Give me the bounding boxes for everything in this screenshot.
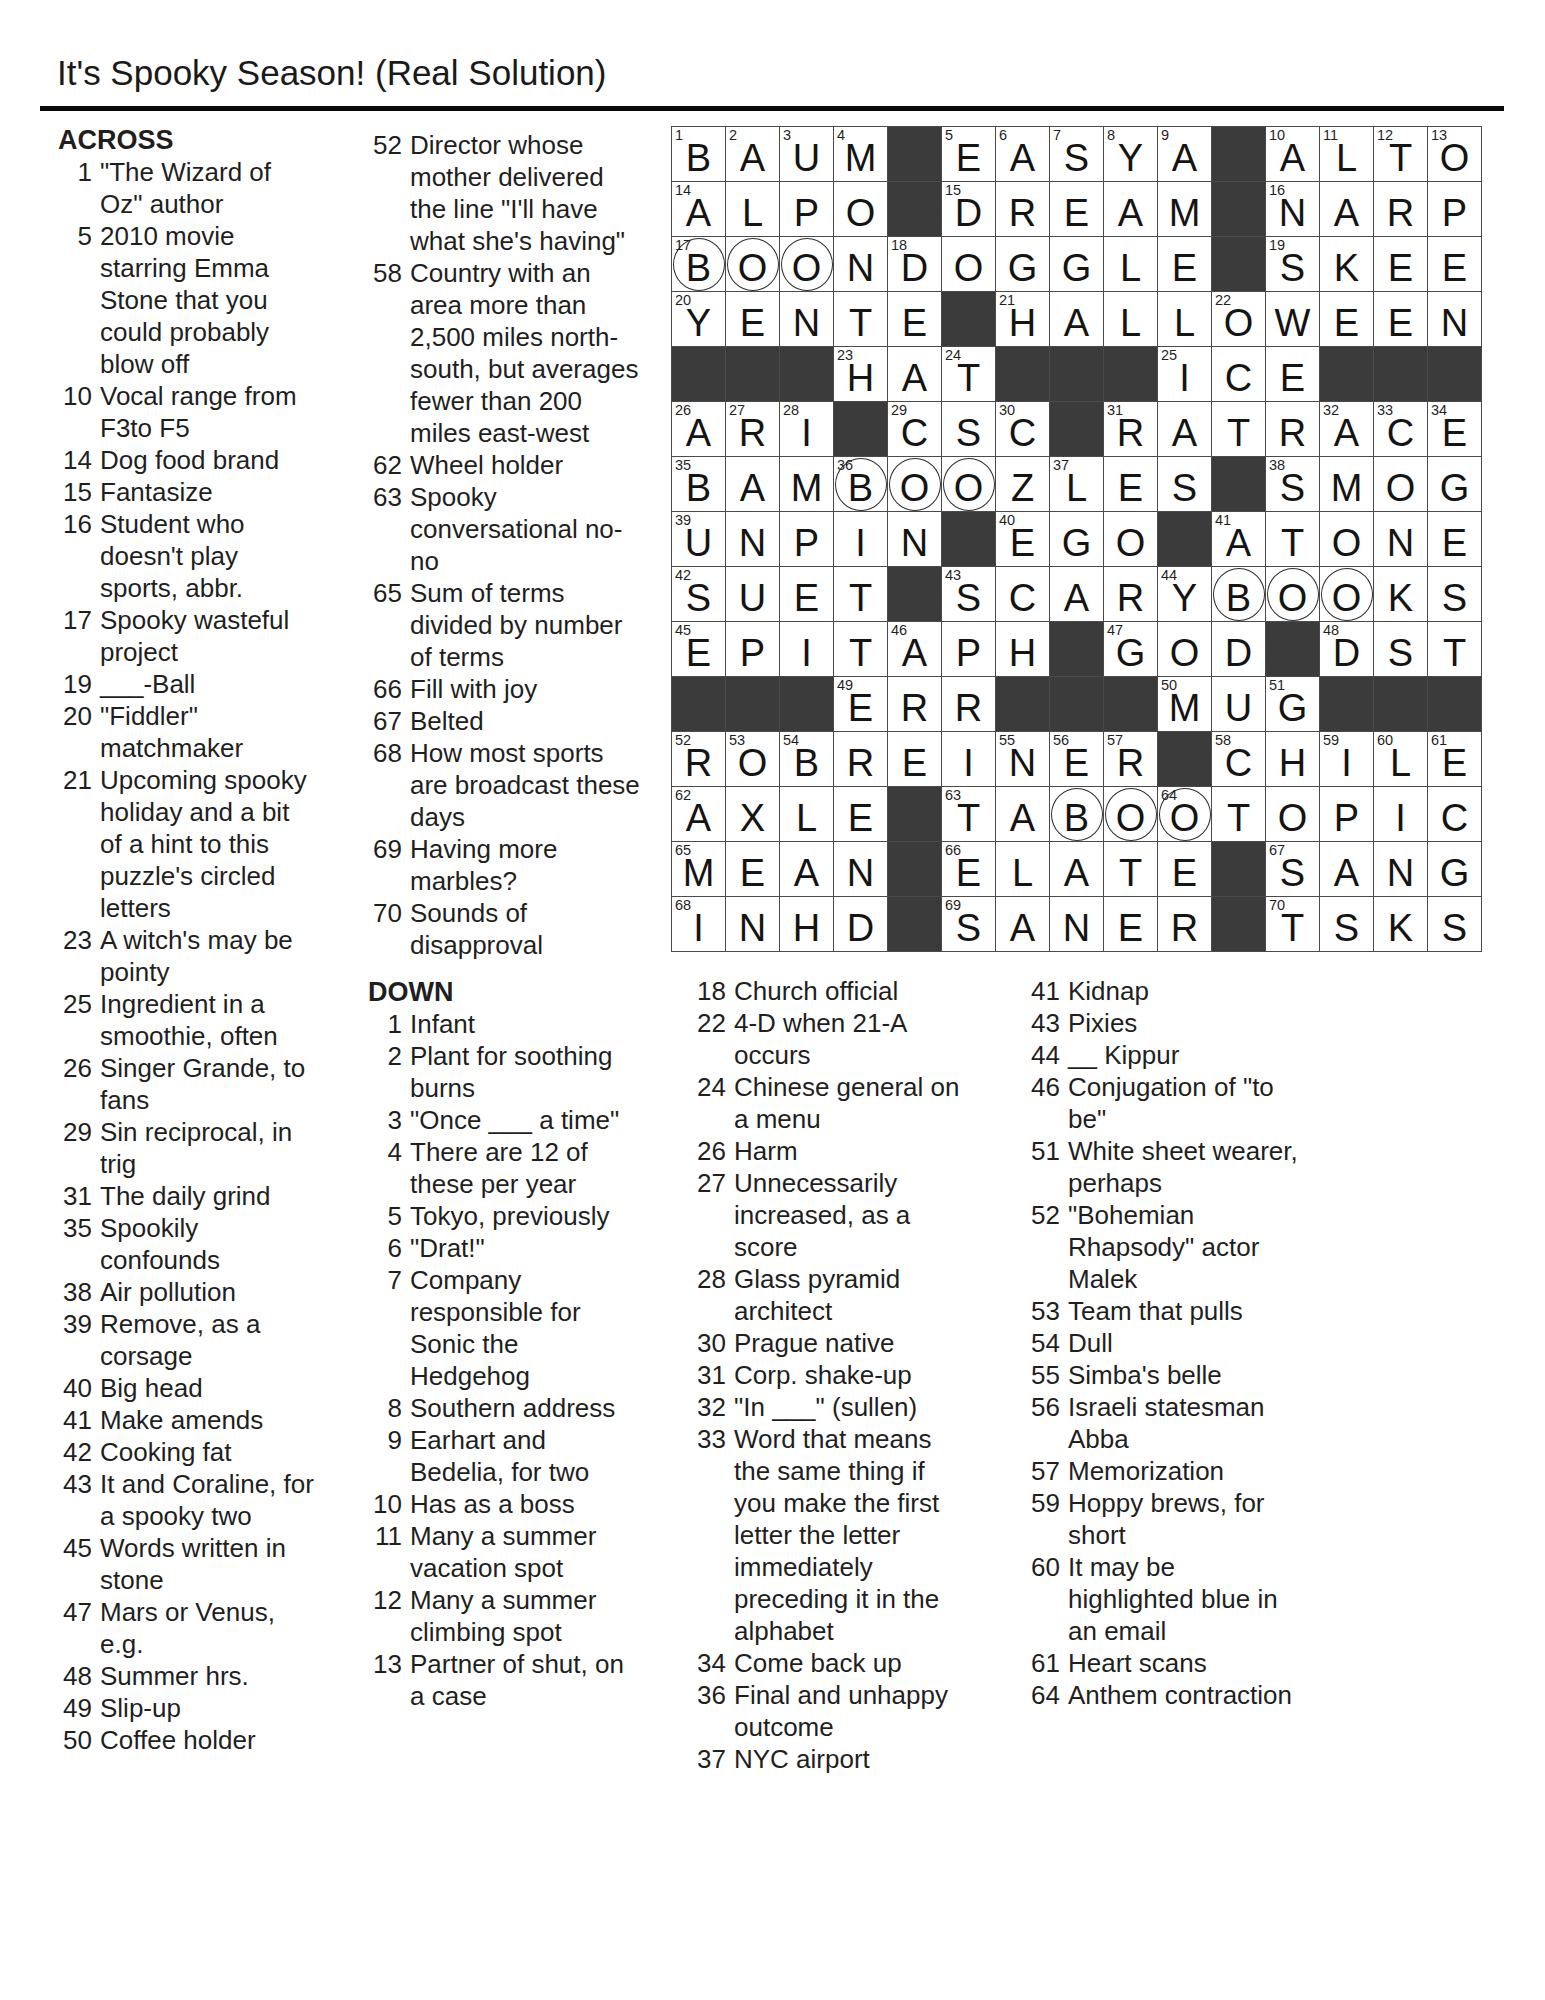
clue-number: 57 [1026,1455,1060,1487]
grid-cell[interactable]: 48D [1320,622,1374,677]
grid-cell[interactable]: A [1320,842,1374,897]
grid-cell[interactable]: A [888,347,942,402]
grid-cell[interactable]: N [780,292,834,347]
clue-number: 50 [58,1724,92,1756]
cell-letter: R [1104,413,1157,453]
clue-number: 26 [58,1052,92,1116]
grid-cell[interactable]: R [1104,567,1158,622]
grid-cell[interactable]: L [726,182,780,237]
clue-number: 21 [58,764,92,924]
clue-number: 68 [368,737,402,833]
grid-cell[interactable]: 44Y [1158,567,1212,622]
grid-cell[interactable]: 56E [1050,732,1104,787]
black-cell [1428,347,1482,402]
cell-letter: B [672,468,725,508]
grid-cell[interactable]: 13O [1428,127,1482,182]
black-cell [1050,347,1104,402]
clue-item: 19___-Ball [58,668,318,700]
grid-cell[interactable]: 63T [942,787,996,842]
grid-cell[interactable]: O [1374,457,1428,512]
grid-cell[interactable]: 11L [1320,127,1374,182]
grid-cell[interactable]: R [1266,402,1320,457]
grid-cell[interactable]: G [1428,457,1482,512]
clue-item: 10Has as a boss [368,1488,640,1520]
grid-cell[interactable]: E [888,732,942,787]
cell-letter: S [942,413,995,453]
cell-letter: O [1104,798,1157,838]
cell-letter: S [942,578,995,618]
grid-cell[interactable]: O [726,237,780,292]
grid-cell[interactable]: K [1320,237,1374,292]
grid-cell[interactable]: Z [996,457,1050,512]
grid-cell[interactable]: T [834,622,888,677]
grid-cell[interactable]: O [1104,787,1158,842]
grid-cell[interactable]: 55N [996,732,1050,787]
grid-cell[interactable]: 62A [672,787,726,842]
cell-letter: A [996,798,1049,838]
grid-cell[interactable]: 26A [672,402,726,457]
grid-cell[interactable]: O [1266,787,1320,842]
grid-cell[interactable]: I [780,622,834,677]
cell-letter: O [1158,633,1211,673]
grid-cell[interactable]: R [1374,182,1428,237]
grid-cell[interactable]: N [1374,842,1428,897]
grid-cell[interactable]: 29C [888,402,942,457]
grid-cell[interactable]: 54B [780,732,834,787]
grid-cell[interactable]: A [1050,292,1104,347]
clue-item: 11Many a summer vacation spot [368,1520,640,1584]
grid-cell[interactable]: D [1212,622,1266,677]
clue-text: Israeli statesman Abba [1068,1391,1302,1455]
grid-cell[interactable]: L [780,787,834,842]
grid-cell[interactable]: R [888,677,942,732]
black-cell [996,347,1050,402]
cell-letter: I [834,523,887,563]
grid-cell[interactable]: N [834,842,888,897]
grid-cell[interactable]: A [996,787,1050,842]
cell-letter: S [1374,633,1427,673]
cell-letter: O [1266,798,1319,838]
grid-cell[interactable]: 19S [1266,237,1320,292]
grid-cell[interactable]: M [780,457,834,512]
clue-number: 69 [368,833,402,897]
grid-cell[interactable]: 21H [996,292,1050,347]
grid-cell[interactable]: 51G [1266,677,1320,732]
grid-cell[interactable]: 8Y [1104,127,1158,182]
grid-cell[interactable]: 5E [942,127,996,182]
grid-cell[interactable]: 37L [1050,457,1104,512]
clue-text: Earhart and Bedelia, for two [410,1424,640,1488]
grid-cell[interactable]: I [1374,787,1428,842]
grid-cell[interactable]: 9A [1158,127,1212,182]
clue-item: 57Memorization [1026,1455,1302,1487]
clue-item: 32"In ___" (sullen) [692,1391,972,1423]
grid-cell[interactable]: E [1104,897,1158,952]
grid-cell[interactable]: C [1428,787,1482,842]
grid-cell[interactable]: B [1212,567,1266,622]
grid-cell[interactable]: C [1212,347,1266,402]
clue-item: 44__ Kippur [1026,1039,1302,1071]
cell-letter: L [726,193,779,233]
grid-cell[interactable]: N [834,237,888,292]
cell-letter: A [888,358,941,398]
cell-letter: T [834,303,887,343]
grid-cell[interactable]: O [942,237,996,292]
cell-letter: C [996,578,1049,618]
cell-letter: C [1212,743,1265,783]
cell-letter: R [888,688,941,728]
grid-cell[interactable]: E [780,567,834,622]
grid-cell[interactable]: E [1374,292,1428,347]
grid-cell[interactable]: 66E [942,842,996,897]
grid-cell[interactable]: M [1158,182,1212,237]
cell-letter: N [1374,853,1427,893]
black-cell [780,347,834,402]
grid-cell[interactable]: 45E [672,622,726,677]
grid-cell[interactable]: O [1104,512,1158,567]
grid-cell[interactable]: 52R [672,732,726,787]
cell-letter: N [726,523,779,563]
grid-cell[interactable]: 22O [1212,292,1266,347]
grid-cell[interactable]: T [1266,512,1320,567]
grid-cell[interactable]: I [834,512,888,567]
grid-cell[interactable]: 64O [1158,787,1212,842]
grid-cell[interactable]: 46A [888,622,942,677]
clue-number: 20 [58,700,92,764]
clue-text: Air pollution [100,1276,318,1308]
grid-cell[interactable]: 34E [1428,402,1482,457]
puzzle-page: It's Spooky Season! (Real Solution) 1B2A… [0,0,1545,2000]
grid-cell[interactable]: O [888,457,942,512]
grid-cell[interactable]: 38S [1266,457,1320,512]
clue-text: Kidnap [1068,975,1302,1007]
cell-letter: A [1050,578,1103,618]
cell-letter: P [780,523,833,563]
grid-cell[interactable]: N [888,512,942,567]
grid-cell[interactable]: 40E [996,512,1050,567]
grid-cell[interactable]: E [1050,182,1104,237]
grid-cell[interactable]: O [834,182,888,237]
clue-item: 23A witch's may be pointy [58,924,318,988]
clue-text: Fantasize [100,476,318,508]
cell-letter: K [1320,248,1373,288]
clue-item: 43It and Coraline, for a spooky two [58,1468,318,1532]
cell-letter: N [1266,193,1319,233]
grid-cell[interactable]: 33C [1374,402,1428,457]
grid-cell[interactable]: X [726,787,780,842]
cell-letter: P [780,193,833,233]
grid-cell[interactable]: 14A [672,182,726,237]
cell-letter: N [1374,523,1427,563]
grid-cell[interactable]: 7S [1050,127,1104,182]
grid-cell[interactable]: S [1428,567,1482,622]
clue-item: 31The daily grind [58,1180,318,1212]
grid-cell[interactable]: E [1374,237,1428,292]
cell-letter: I [1320,743,1373,783]
grid-cell[interactable]: G [1428,842,1482,897]
grid-cell[interactable]: 57R [1104,732,1158,787]
grid-cell[interactable]: E [1266,347,1320,402]
grid-cell[interactable]: C [996,567,1050,622]
grid-cell[interactable]: A [1050,567,1104,622]
grid-cell[interactable]: 16N [1266,182,1320,237]
cell-letter: M [1320,468,1373,508]
grid-cell[interactable]: O [1158,622,1212,677]
grid-cell[interactable]: K [1374,567,1428,622]
grid-cell[interactable]: E [1158,237,1212,292]
grid-cell[interactable]: R [996,182,1050,237]
grid-cell[interactable]: L [996,842,1050,897]
clue-item: 28Glass pyramid architect [692,1263,972,1327]
clue-item: 56Israeli statesman Abba [1026,1391,1302,1455]
clue-number: 38 [58,1276,92,1308]
grid-cell[interactable]: M [1320,457,1374,512]
grid-cell[interactable]: E [834,787,888,842]
grid-cell[interactable]: G [1050,237,1104,292]
grid-cell[interactable]: I [942,732,996,787]
grid-cell[interactable]: T [1104,842,1158,897]
grid-cell[interactable]: E [1158,842,1212,897]
grid-cell[interactable]: 30C [996,402,1050,457]
grid-cell[interactable]: S [942,402,996,457]
grid-cell[interactable]: N [1050,897,1104,952]
clue-number: 1 [368,1008,402,1040]
grid-cell[interactable]: A [1104,182,1158,237]
grid-cell[interactable]: B [1050,787,1104,842]
clue-item: 39Remove, as a corsage [58,1308,318,1372]
grid-cell[interactable]: R [834,732,888,787]
black-cell [996,677,1050,732]
clue-item: 26Singer Grande, to fans [58,1052,318,1116]
grid-cell[interactable]: 35B [672,457,726,512]
cell-letter: O [1158,798,1211,838]
grid-cell[interactable]: 53O [726,732,780,787]
grid-cell[interactable]: N [726,897,780,952]
black-cell [1320,677,1374,732]
grid-cell[interactable]: 4M [834,127,888,182]
grid-cell[interactable]: T [1212,787,1266,842]
grid-cell[interactable]: N [1428,292,1482,347]
grid-cell[interactable]: 17B [672,237,726,292]
grid-cell[interactable]: 60L [1374,732,1428,787]
grid-cell[interactable]: 47G [1104,622,1158,677]
cell-letter: L [1374,743,1427,783]
grid-cell[interactable]: E [1428,237,1482,292]
clue-number: 44 [1026,1039,1060,1071]
grid-cell[interactable]: P [1320,787,1374,842]
clue-text: Many a summer vacation spot [410,1520,640,1584]
clue-number: 52 [368,129,402,257]
grid-cell[interactable]: 18D [888,237,942,292]
grid-cell[interactable]: 36B [834,457,888,512]
cell-letter: M [672,853,725,893]
black-cell [888,567,942,622]
cell-letter: L [1104,248,1157,288]
clue-text: "Once ___ a time" [410,1104,640,1136]
clue-text: Belted [410,705,640,737]
grid-cell[interactable]: A [996,897,1050,952]
grid-cell[interactable]: E [1428,512,1482,567]
cell-letter: T [1428,633,1481,673]
clue-list-header: ACROSS [58,124,318,156]
grid-cell[interactable]: D [834,897,888,952]
grid-cell[interactable]: 27R [726,402,780,457]
clue-text: Sum of terms divided by number of terms [410,577,640,673]
grid-cell[interactable]: E [1320,292,1374,347]
grid-cell[interactable]: O [1320,512,1374,567]
grid-cell[interactable]: E [888,292,942,347]
grid-cell[interactable]: 1B [672,127,726,182]
clue-text: Student who doesn't play sports, abbr. [100,508,318,604]
grid-cell[interactable]: O [942,457,996,512]
clue-number: 13 [368,1648,402,1712]
grid-cell[interactable]: 6A [996,127,1050,182]
cell-letter: E [1428,413,1481,453]
grid-cell[interactable]: H [996,622,1050,677]
cell-letter: N [1428,303,1481,343]
grid-cell[interactable]: T [1212,402,1266,457]
clue-text: Unnecessarily increased, as a score [734,1167,972,1263]
cell-letter: O [1320,578,1373,618]
grid-cell[interactable]: 2A [726,127,780,182]
grid-cell[interactable]: A [1320,182,1374,237]
grid-cell[interactable]: 24T [942,347,996,402]
cell-letter: E [1050,743,1103,783]
grid-cell[interactable]: S [1374,622,1428,677]
clue-text: Summer hrs. [100,1660,318,1692]
black-cell [1104,677,1158,732]
clue-number: 58 [368,257,402,449]
grid-cell[interactable]: N [726,512,780,567]
grid-cell[interactable]: A [1158,402,1212,457]
grid-cell[interactable]: E [726,842,780,897]
clue-item: 4There are 12 of these per year [368,1136,640,1200]
grid-cell[interactable]: T [1428,622,1482,677]
grid-cell[interactable]: U [726,567,780,622]
clue-number: 32 [692,1391,726,1423]
grid-cell[interactable]: 43S [942,567,996,622]
grid-cell[interactable]: O [1266,567,1320,622]
grid-cell[interactable]: S [1428,897,1482,952]
grid-cell[interactable]: 67S [1266,842,1320,897]
grid-cell[interactable]: A [726,457,780,512]
grid-cell[interactable]: 50M [1158,677,1212,732]
cell-letter: D [942,193,995,233]
grid-cell[interactable]: K [1374,897,1428,952]
clue-item: 26Harm [692,1135,972,1167]
cell-letter: O [1320,523,1373,563]
grid-cell[interactable]: 59I [1320,732,1374,787]
cell-letter: B [834,468,887,508]
black-cell [1212,182,1266,237]
grid-cell[interactable]: S [1158,457,1212,512]
grid-cell[interactable]: 32A [1320,402,1374,457]
grid-cell[interactable]: 39U [672,512,726,567]
cell-letter: E [942,853,995,893]
clue-text: Sounds of disapproval [410,897,640,961]
cell-letter: N [888,523,941,563]
clue-text: Ingredient in a smoothie, often [100,988,318,1052]
grid-cell[interactable]: P [780,182,834,237]
grid-cell[interactable]: P [942,622,996,677]
grid-cell[interactable]: R [1158,897,1212,952]
grid-cell[interactable]: P [1428,182,1482,237]
grid-cell[interactable]: 69S [942,897,996,952]
grid-cell[interactable]: H [1266,732,1320,787]
clue-item: 41Kidnap [1026,975,1302,1007]
clue-item: 37NYC airport [692,1743,972,1775]
grid-cell[interactable]: 41A [1212,512,1266,567]
grid-cell[interactable]: O [1320,567,1374,622]
grid-cell[interactable]: L [1104,237,1158,292]
clue-number: 70 [368,897,402,961]
grid-cell[interactable]: 68I [672,897,726,952]
grid-cell[interactable]: 25I [1158,347,1212,402]
cell-letter: M [1158,688,1211,728]
grid-cell[interactable]: 28I [780,402,834,457]
grid-cell[interactable]: N [1374,512,1428,567]
grid-cell[interactable]: 49E [834,677,888,732]
grid-cell[interactable]: 12T [1374,127,1428,182]
grid-cell[interactable]: 61E [1428,732,1482,787]
grid-cell[interactable]: A [780,842,834,897]
cell-letter: A [1320,193,1373,233]
grid-cell[interactable]: 31R [1104,402,1158,457]
grid-cell[interactable]: G [1050,512,1104,567]
grid-cell[interactable]: L [1104,292,1158,347]
grid-cell[interactable]: U [1212,677,1266,732]
grid-cell[interactable]: 10A [1266,127,1320,182]
grid-cell[interactable]: 42S [672,567,726,622]
grid-cell[interactable]: S [1320,897,1374,952]
grid-cell[interactable]: L [1158,292,1212,347]
grid-cell[interactable]: H [780,897,834,952]
cell-letter: G [996,248,1049,288]
grid-cell[interactable]: W [1266,292,1320,347]
grid-cell[interactable]: G [996,237,1050,292]
grid-cell[interactable]: T [834,567,888,622]
cell-letter: E [1266,358,1319,398]
clue-text: Vocal range from F3to F5 [100,380,318,444]
clue-number: 66 [368,673,402,705]
grid-cell[interactable]: 58C [1212,732,1266,787]
grid-cell[interactable]: P [780,512,834,567]
grid-cell[interactable]: E [1104,457,1158,512]
clue-text: Many a summer climbing spot [410,1584,640,1648]
grid-cell[interactable]: A [1050,842,1104,897]
cell-letter: R [672,743,725,783]
grid-cell[interactable]: 23H [834,347,888,402]
clue-item: 38Air pollution [58,1276,318,1308]
grid-cell[interactable]: P [726,622,780,677]
grid-cell[interactable]: 15D [942,182,996,237]
grid-cell[interactable]: 20Y [672,292,726,347]
cell-letter: N [834,853,887,893]
grid-cell[interactable]: O [780,237,834,292]
cell-letter: O [780,248,833,288]
grid-cell[interactable]: 3U [780,127,834,182]
grid-cell[interactable]: E [726,292,780,347]
clue-text: Words written in stone [100,1532,318,1596]
black-cell [726,347,780,402]
grid-cell[interactable]: R [942,677,996,732]
clue-number: 54 [1026,1327,1060,1359]
grid-cell[interactable]: T [834,292,888,347]
grid-cell[interactable]: 65M [672,842,726,897]
grid-cell[interactable]: 70T [1266,897,1320,952]
black-cell [1212,237,1266,292]
clue-text: Spooky conversational no-no [410,481,640,577]
